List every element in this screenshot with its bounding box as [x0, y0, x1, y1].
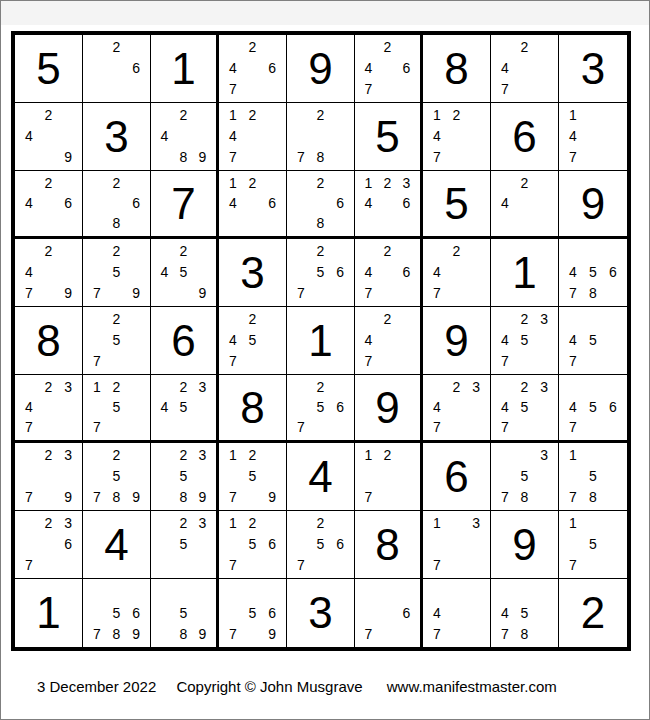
- empty-mark: [330, 105, 350, 126]
- empty-mark: [378, 330, 397, 351]
- cell-r4c4[interactable]: 3: [219, 239, 287, 307]
- candidate-8: 8: [311, 213, 331, 233]
- empty-mark: [87, 466, 107, 487]
- cell-r5c1[interactable]: 8: [15, 307, 83, 375]
- cell-r9c4[interactable]: 5679: [219, 579, 287, 647]
- cell-r2c5[interactable]: 278: [287, 103, 355, 171]
- candidate-5: 5: [243, 602, 263, 623]
- cell-r8c9[interactable]: 157: [559, 511, 627, 579]
- cell-r2c6[interactable]: 5: [355, 103, 423, 171]
- solved-digit: 8: [36, 319, 60, 363]
- pencil-marks: 2379: [15, 443, 82, 510]
- empty-mark: [262, 554, 282, 575]
- candidate-4: 4: [155, 262, 174, 283]
- cell-r3c6[interactable]: 12346: [355, 171, 423, 239]
- cell-r7c3[interactable]: 23589: [151, 443, 219, 511]
- candidate-9: 9: [58, 486, 78, 507]
- cell-r3c8[interactable]: 24: [491, 171, 559, 239]
- empty-mark: [359, 37, 378, 58]
- empty-mark: [39, 534, 59, 555]
- candidate-4: 4: [223, 193, 243, 213]
- footer: 3 December 2022 Copyright © John Musgrav…: [37, 678, 557, 695]
- empty-mark: [107, 282, 127, 303]
- cell-r1c2[interactable]: 26: [83, 35, 151, 103]
- candidate-2: 2: [107, 37, 127, 58]
- empty-mark: [378, 602, 397, 623]
- candidate-8: 8: [583, 486, 603, 507]
- pencil-marks: 12579: [219, 443, 286, 510]
- candidate-6: 6: [126, 602, 146, 623]
- cell-r3c4[interactable]: 1246: [219, 171, 287, 239]
- empty-mark: [583, 126, 603, 147]
- solved-digit: 4: [308, 455, 332, 499]
- empty-mark: [155, 377, 174, 397]
- pencil-marks: 23589: [151, 443, 216, 510]
- empty-mark: [126, 173, 146, 193]
- empty-mark: [39, 282, 59, 303]
- candidate-4: 4: [359, 58, 378, 79]
- empty-mark: [397, 486, 416, 507]
- cell-r5c5[interactable]: 1: [287, 307, 355, 375]
- candidate-5: 5: [243, 534, 263, 555]
- candidate-8: 8: [174, 486, 193, 507]
- pencil-marks: 47: [423, 579, 490, 647]
- empty-mark: [87, 602, 107, 623]
- cell-r1c9[interactable]: 3: [559, 35, 627, 103]
- candidate-7: 7: [223, 78, 243, 99]
- candidate-7: 7: [359, 623, 378, 644]
- candidate-7: 7: [87, 282, 107, 303]
- candidate-4: 4: [19, 262, 39, 283]
- pencil-marks: 2345: [151, 375, 216, 440]
- candidate-4: 4: [427, 602, 447, 623]
- cell-r6c4[interactable]: 8: [219, 375, 287, 443]
- empty-mark: [87, 173, 107, 193]
- empty-mark: [223, 581, 243, 602]
- empty-mark: [534, 350, 554, 371]
- cell-r9c3[interactable]: 589: [151, 579, 219, 647]
- cell-r6c6[interactable]: 9: [355, 375, 423, 443]
- cell-r5c2[interactable]: 257: [83, 307, 151, 375]
- empty-mark: [330, 513, 350, 534]
- pencil-marks: 235: [151, 511, 216, 578]
- cell-r2c3[interactable]: 2489: [151, 103, 219, 171]
- pencil-marks: 3578: [491, 443, 558, 510]
- solved-digit: 1: [171, 47, 195, 91]
- cell-r5c6[interactable]: 247: [355, 307, 423, 375]
- cell-r5c9[interactable]: 457: [559, 307, 627, 375]
- empty-mark: [174, 126, 193, 147]
- candidate-8: 8: [174, 146, 193, 167]
- cell-r2c9[interactable]: 147: [559, 103, 627, 171]
- candidate-5: 5: [107, 397, 127, 417]
- empty-mark: [107, 581, 127, 602]
- candidate-1: 1: [223, 513, 243, 534]
- cell-r1c3[interactable]: 1: [151, 35, 219, 103]
- empty-mark: [603, 513, 623, 534]
- pencil-marks: 2459: [151, 239, 216, 306]
- candidate-5: 5: [174, 466, 193, 487]
- pencil-marks: 268: [83, 171, 150, 236]
- empty-mark: [58, 554, 78, 575]
- empty-mark: [19, 241, 39, 262]
- empty-mark: [126, 37, 146, 58]
- candidate-4: 4: [19, 193, 39, 213]
- solved-digit: 8: [444, 47, 468, 91]
- cell-r8c5[interactable]: 2567: [287, 511, 355, 579]
- pencil-marks: 2457: [219, 307, 286, 374]
- empty-mark: [534, 58, 554, 79]
- empty-mark: [262, 330, 282, 351]
- empty-mark: [583, 309, 603, 330]
- empty-mark: [223, 534, 243, 555]
- empty-mark: [19, 466, 39, 487]
- candidate-1: 1: [563, 105, 583, 126]
- empty-mark: [291, 241, 311, 262]
- empty-mark: [19, 146, 39, 167]
- candidate-3: 3: [193, 377, 212, 397]
- cell-r8c4[interactable]: 12567: [219, 511, 287, 579]
- candidate-2: 2: [515, 37, 535, 58]
- candidate-7: 7: [87, 350, 107, 371]
- candidate-1: 1: [359, 445, 378, 466]
- candidate-2: 2: [39, 445, 59, 466]
- cell-r1c8[interactable]: 247: [491, 35, 559, 103]
- cell-r7c5[interactable]: 4: [287, 443, 355, 511]
- pencil-marks: 1578: [559, 443, 627, 510]
- pencil-marks: 2567: [287, 511, 354, 578]
- candidate-2: 2: [39, 105, 59, 126]
- cell-r7c6[interactable]: 127: [355, 443, 423, 511]
- cell-r7c4[interactable]: 12579: [219, 443, 287, 511]
- cell-r6c2[interactable]: 1257: [83, 375, 151, 443]
- candidate-1: 1: [87, 377, 107, 397]
- solved-digit: 3: [104, 115, 128, 159]
- cell-r3c3[interactable]: 7: [151, 171, 219, 239]
- empty-mark: [603, 350, 623, 371]
- candidate-5: 5: [311, 534, 331, 555]
- empty-mark: [534, 173, 554, 193]
- empty-mark: [495, 213, 515, 233]
- candidate-7: 7: [495, 486, 515, 507]
- candidate-2: 2: [243, 445, 263, 466]
- cell-r9c8[interactable]: 4578: [491, 579, 559, 647]
- empty-mark: [262, 309, 282, 330]
- empty-mark: [534, 330, 554, 351]
- candidate-7: 7: [427, 417, 447, 437]
- candidate-1: 1: [223, 173, 243, 193]
- candidate-7: 7: [563, 554, 583, 575]
- cell-r1c5[interactable]: 9: [287, 35, 355, 103]
- pencil-marks: 2467: [219, 35, 286, 102]
- cell-r9c9[interactable]: 2: [559, 579, 627, 647]
- cell-r9c1[interactable]: 1: [15, 579, 83, 647]
- empty-mark: [107, 58, 127, 79]
- candidate-2: 2: [243, 309, 263, 330]
- cell-r2c7[interactable]: 1247: [423, 103, 491, 171]
- cell-r8c7[interactable]: 137: [423, 511, 491, 579]
- cell-r8c8[interactable]: 9: [491, 511, 559, 579]
- cell-r2c4[interactable]: 1247: [219, 103, 287, 171]
- pencil-marks: 1247: [423, 103, 490, 170]
- cell-r6c9[interactable]: 4567: [559, 375, 627, 443]
- empty-mark: [39, 213, 59, 233]
- candidate-6: 6: [58, 193, 78, 213]
- empty-mark: [603, 330, 623, 351]
- candidate-5: 5: [107, 262, 127, 283]
- candidate-7: 7: [87, 623, 107, 644]
- cell-r4c9[interactable]: 45678: [559, 239, 627, 307]
- cell-r3c1[interactable]: 246: [15, 171, 83, 239]
- pencil-marks: 247: [491, 35, 558, 102]
- empty-mark: [378, 282, 397, 303]
- cell-r3c2[interactable]: 268: [83, 171, 151, 239]
- candidate-4: 4: [495, 193, 515, 213]
- empty-mark: [39, 554, 59, 575]
- empty-mark: [583, 445, 603, 466]
- pencil-marks: 23457: [491, 375, 558, 440]
- cell-r3c5[interactable]: 268: [287, 171, 355, 239]
- pencil-marks: 2347: [15, 375, 82, 440]
- solved-digit: 1: [512, 251, 536, 295]
- empty-mark: [466, 581, 486, 602]
- cell-r6c7[interactable]: 2347: [423, 375, 491, 443]
- empty-mark: [19, 173, 39, 193]
- empty-mark: [534, 37, 554, 58]
- cell-r2c2[interactable]: 3: [83, 103, 151, 171]
- candidate-7: 7: [291, 554, 311, 575]
- candidate-5: 5: [174, 262, 193, 283]
- solved-digit: 9: [581, 182, 605, 226]
- pencil-marks: 2467: [355, 35, 420, 102]
- pencil-marks: 4578: [491, 579, 558, 647]
- candidate-1: 1: [427, 105, 447, 126]
- candidate-7: 7: [495, 78, 515, 99]
- candidate-7: 7: [495, 417, 515, 437]
- empty-mark: [515, 213, 535, 233]
- cell-r5c3[interactable]: 6: [151, 307, 219, 375]
- cell-r2c8[interactable]: 6: [491, 103, 559, 171]
- empty-mark: [603, 486, 623, 507]
- empty-mark: [583, 105, 603, 126]
- candidate-3: 3: [534, 309, 554, 330]
- cell-r7c8[interactable]: 3578: [491, 443, 559, 511]
- empty-mark: [243, 58, 263, 79]
- empty-mark: [397, 213, 416, 233]
- pencil-marks: 589: [151, 579, 216, 647]
- cell-r9c6[interactable]: 67: [355, 579, 423, 647]
- candidate-5: 5: [174, 397, 193, 417]
- empty-mark: [534, 193, 554, 213]
- candidate-7: 7: [563, 486, 583, 507]
- candidate-3: 3: [534, 445, 554, 466]
- candidate-1: 1: [223, 445, 243, 466]
- empty-mark: [603, 146, 623, 167]
- empty-mark: [107, 417, 127, 437]
- empty-mark: [330, 213, 350, 233]
- candidate-8: 8: [311, 146, 331, 167]
- cell-r9c2[interactable]: 56789: [83, 579, 151, 647]
- candidate-7: 7: [87, 486, 107, 507]
- cell-r7c2[interactable]: 25789: [83, 443, 151, 511]
- empty-mark: [563, 534, 583, 555]
- candidate-2: 2: [107, 241, 127, 262]
- cell-r4c6[interactable]: 2467: [355, 239, 423, 307]
- empty-mark: [126, 466, 146, 487]
- cell-r1c7[interactable]: 8: [423, 35, 491, 103]
- empty-mark: [447, 534, 467, 555]
- cell-r7c7[interactable]: 6: [423, 443, 491, 511]
- candidate-3: 3: [466, 377, 486, 397]
- empty-mark: [107, 193, 127, 213]
- cell-r9c5[interactable]: 3: [287, 579, 355, 647]
- cell-r4c3[interactable]: 2459: [151, 239, 219, 307]
- empty-mark: [262, 37, 282, 58]
- cell-r7c9[interactable]: 1578: [559, 443, 627, 511]
- candidate-6: 6: [330, 397, 350, 417]
- cell-r6c1[interactable]: 2347: [15, 375, 83, 443]
- empty-mark: [447, 126, 467, 147]
- solved-digit: 4: [104, 523, 128, 567]
- cell-r6c8[interactable]: 23457: [491, 375, 559, 443]
- candidate-2: 2: [311, 173, 331, 193]
- cell-r7c1[interactable]: 2379: [15, 443, 83, 511]
- cell-r2c1[interactable]: 249: [15, 103, 83, 171]
- empty-mark: [359, 213, 378, 233]
- candidate-2: 2: [107, 173, 127, 193]
- empty-mark: [155, 445, 174, 466]
- pencil-marks: 2479: [15, 239, 82, 306]
- pencil-marks: 278: [287, 103, 354, 170]
- cell-r4c5[interactable]: 2567: [287, 239, 355, 307]
- pencil-marks: 56789: [83, 579, 150, 647]
- empty-mark: [466, 534, 486, 555]
- cell-r8c2[interactable]: 4: [83, 511, 151, 579]
- empty-mark: [330, 146, 350, 167]
- cell-r6c3[interactable]: 2345: [151, 375, 219, 443]
- cell-r6c5[interactable]: 2567: [287, 375, 355, 443]
- empty-mark: [495, 37, 515, 58]
- empty-mark: [534, 466, 554, 487]
- cell-r4c8[interactable]: 1: [491, 239, 559, 307]
- candidate-2: 2: [39, 173, 59, 193]
- empty-mark: [466, 241, 486, 262]
- candidate-1: 1: [427, 513, 447, 534]
- candidate-2: 2: [378, 445, 397, 466]
- empty-mark: [39, 397, 59, 417]
- candidate-1: 1: [223, 105, 243, 126]
- candidate-5: 5: [311, 262, 331, 283]
- cell-r4c7[interactable]: 247: [423, 239, 491, 307]
- empty-mark: [243, 623, 263, 644]
- empty-mark: [583, 513, 603, 534]
- cell-r5c8[interactable]: 23457: [491, 307, 559, 375]
- pencil-marks: 157: [559, 511, 627, 578]
- candidate-2: 2: [311, 241, 331, 262]
- empty-mark: [603, 377, 623, 397]
- candidate-7: 7: [359, 350, 378, 371]
- candidate-5: 5: [515, 397, 535, 417]
- cell-r4c1[interactable]: 2479: [15, 239, 83, 307]
- cell-r3c9[interactable]: 9: [559, 171, 627, 239]
- cell-r5c7[interactable]: 9: [423, 307, 491, 375]
- cell-r4c2[interactable]: 2579: [83, 239, 151, 307]
- empty-mark: [126, 309, 146, 330]
- empty-mark: [193, 602, 212, 623]
- solved-digit: 6: [512, 115, 536, 159]
- candidate-3: 3: [466, 513, 486, 534]
- candidate-7: 7: [19, 554, 39, 575]
- empty-mark: [563, 466, 583, 487]
- empty-mark: [126, 241, 146, 262]
- footer-website: www.manifestmaster.com: [387, 678, 557, 695]
- empty-mark: [155, 554, 174, 575]
- empty-mark: [466, 262, 486, 283]
- candidate-7: 7: [563, 282, 583, 303]
- candidate-2: 2: [174, 377, 193, 397]
- cell-r3c7[interactable]: 5: [423, 171, 491, 239]
- cell-r1c6[interactable]: 2467: [355, 35, 423, 103]
- cell-r9c7[interactable]: 47: [423, 579, 491, 647]
- solved-digit: 5: [36, 47, 60, 91]
- empty-mark: [107, 78, 127, 99]
- empty-mark: [603, 554, 623, 575]
- empty-mark: [87, 445, 107, 466]
- empty-mark: [155, 466, 174, 487]
- candidate-4: 4: [359, 193, 378, 213]
- candidate-4: 4: [155, 397, 174, 417]
- empty-mark: [87, 330, 107, 351]
- candidate-3: 3: [397, 173, 416, 193]
- candidate-5: 5: [174, 602, 193, 623]
- candidate-4: 4: [495, 602, 515, 623]
- candidate-4: 4: [495, 397, 515, 417]
- candidate-7: 7: [223, 486, 243, 507]
- empty-mark: [87, 213, 107, 233]
- cell-r8c3[interactable]: 235: [151, 511, 219, 579]
- candidate-2: 2: [515, 309, 535, 330]
- candidate-2: 2: [243, 513, 263, 534]
- empty-mark: [58, 126, 78, 147]
- cell-r5c4[interactable]: 2457: [219, 307, 287, 375]
- pencil-marks: 1247: [219, 103, 286, 170]
- empty-mark: [58, 262, 78, 283]
- empty-mark: [583, 417, 603, 437]
- cell-r1c1[interactable]: 5: [15, 35, 83, 103]
- empty-mark: [291, 262, 311, 283]
- empty-mark: [193, 417, 212, 437]
- empty-mark: [155, 241, 174, 262]
- empty-mark: [243, 350, 263, 371]
- candidate-7: 7: [427, 282, 447, 303]
- cell-r1c4[interactable]: 2467: [219, 35, 287, 103]
- candidate-8: 8: [107, 213, 127, 233]
- empty-mark: [291, 193, 311, 213]
- empty-mark: [603, 534, 623, 555]
- solved-digit: 3: [581, 47, 605, 91]
- pencil-marks: 247: [355, 307, 420, 374]
- empty-mark: [534, 78, 554, 99]
- candidate-2: 2: [378, 173, 397, 193]
- solved-digit: 3: [308, 591, 332, 635]
- cell-r8c6[interactable]: 8: [355, 511, 423, 579]
- empty-mark: [495, 445, 515, 466]
- cell-r8c1[interactable]: 2367: [15, 511, 83, 579]
- empty-mark: [603, 105, 623, 126]
- pencil-marks: 1246: [219, 171, 286, 236]
- empty-mark: [563, 377, 583, 397]
- empty-mark: [223, 466, 243, 487]
